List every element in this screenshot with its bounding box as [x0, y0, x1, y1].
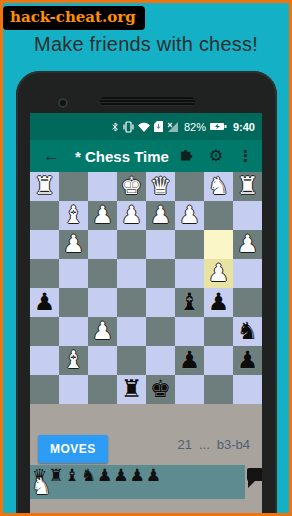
- square-e7[interactable]: [117, 346, 146, 375]
- square-a5[interactable]: [233, 288, 262, 317]
- square-g1[interactable]: [59, 172, 88, 201]
- square-g5[interactable]: [59, 288, 88, 317]
- white-queen: ♛: [150, 172, 172, 201]
- white-rook: ♜: [34, 172, 56, 201]
- moves-button[interactable]: MOVES: [38, 435, 108, 463]
- chat-bubble-icon[interactable]: [247, 468, 262, 481]
- square-b5[interactable]: ♟: [204, 288, 233, 317]
- white-pawn: ♟: [92, 201, 114, 230]
- app-title: * Chess Time: [75, 148, 169, 165]
- square-h8[interactable]: [30, 375, 59, 404]
- square-c2[interactable]: ♟: [175, 201, 204, 230]
- square-h2[interactable]: [30, 201, 59, 230]
- square-g8[interactable]: [59, 375, 88, 404]
- square-h3[interactable]: [30, 230, 59, 259]
- white-bishop: ♝: [63, 201, 85, 230]
- front-camera-dot: [58, 98, 68, 108]
- bottom-panel: MOVES 21...b3-b4 ♛♜♝♞♟♟♟♟ ♞: [30, 404, 262, 516]
- white-pawn: ♟: [63, 230, 85, 259]
- black-king: ♚: [150, 375, 172, 404]
- last-move-text: 21...b3-b4: [170, 437, 250, 452]
- vibrate-icon: [123, 121, 134, 133]
- square-h6[interactable]: [30, 317, 59, 346]
- white-pawn: ♟: [92, 317, 114, 346]
- square-b8[interactable]: [204, 375, 233, 404]
- square-e6[interactable]: [117, 317, 146, 346]
- earpiece-speaker: [100, 97, 195, 106]
- square-b4[interactable]: ♟: [204, 259, 233, 288]
- captured-pieces-tray: ♛♜♝♞♟♟♟♟: [30, 465, 245, 499]
- watermark-label: hack-cheat.org: [3, 6, 145, 30]
- settings-gear-icon[interactable]: ⚙: [209, 148, 223, 164]
- square-f1[interactable]: [88, 172, 117, 201]
- square-a3[interactable]: ♟: [233, 230, 262, 259]
- square-f4[interactable]: [88, 259, 117, 288]
- app-bar: ← * Chess Time ⚙ ⋮: [30, 140, 262, 172]
- square-d5[interactable]: [146, 288, 175, 317]
- puzzle-icon[interactable]: [178, 146, 194, 166]
- square-e4[interactable]: [117, 259, 146, 288]
- black-pawn: ♟: [208, 288, 230, 317]
- app-bar-actions: ⚙ ⋮: [178, 146, 253, 166]
- black-pawn: ♟: [34, 288, 56, 317]
- battery-percent: 82%: [184, 121, 206, 133]
- square-d3[interactable]: [146, 230, 175, 259]
- square-e8[interactable]: ♜: [117, 375, 146, 404]
- white-pawn: ♟: [179, 201, 201, 230]
- square-g3[interactable]: ♟: [59, 230, 88, 259]
- square-d2[interactable]: ♟: [146, 201, 175, 230]
- square-h1[interactable]: ♜: [30, 172, 59, 201]
- square-c3[interactable]: [175, 230, 204, 259]
- black-rook: ♜: [121, 375, 143, 404]
- bluetooth-icon: [111, 121, 119, 133]
- square-g2[interactable]: ♝: [59, 201, 88, 230]
- square-d6[interactable]: [146, 317, 175, 346]
- white-rook: ♜: [237, 172, 259, 201]
- square-f5[interactable]: [88, 288, 117, 317]
- square-f8[interactable]: [88, 375, 117, 404]
- chess-board[interactable]: ♜♚♛♞♜♝♟♟♟♟♟♟♟♟♝♟♟♞♝♟♟♜♚: [30, 172, 262, 404]
- black-knight: ♞: [237, 317, 259, 346]
- screenshot-root: hack-cheat.org Make friends with chess!: [0, 0, 292, 516]
- screenshot-icon: [154, 121, 163, 132]
- square-e2[interactable]: ♟: [117, 201, 146, 230]
- move-san: b3-b4: [217, 437, 250, 452]
- square-a1[interactable]: ♜: [233, 172, 262, 201]
- square-g7[interactable]: ♝: [59, 346, 88, 375]
- square-h4[interactable]: [30, 259, 59, 288]
- clock-text: 9:40: [233, 121, 255, 133]
- black-pawn: ♟: [237, 346, 259, 375]
- captured-black-pieces: ♛♜♝♞♟♟♟♟: [30, 465, 245, 484]
- square-d7[interactable]: [146, 346, 175, 375]
- overflow-menu-icon[interactable]: ⋮: [238, 149, 253, 164]
- square-c7[interactable]: ♟: [175, 346, 204, 375]
- square-h7[interactable]: [30, 346, 59, 375]
- square-h5[interactable]: ♟: [30, 288, 59, 317]
- square-f3[interactable]: [88, 230, 117, 259]
- square-e1[interactable]: ♚: [117, 172, 146, 201]
- square-a4[interactable]: [233, 259, 262, 288]
- status-bar: 82% 9:40: [30, 113, 262, 140]
- square-f7[interactable]: [88, 346, 117, 375]
- square-d1[interactable]: ♛: [146, 172, 175, 201]
- square-a2[interactable]: [233, 201, 262, 230]
- move-number: 21: [177, 437, 191, 452]
- square-e3[interactable]: [117, 230, 146, 259]
- square-c4[interactable]: [175, 259, 204, 288]
- white-pawn: ♟: [121, 201, 143, 230]
- black-pawn: ♟: [179, 346, 201, 375]
- square-c5[interactable]: ♝: [175, 288, 204, 317]
- phone-frame: 82% 9:40 ← * Chess Time ⚙ ⋮ ♜♚♛♞♜♝♟♟♟♟♟♟…: [16, 71, 277, 516]
- white-pawn: ♟: [208, 259, 230, 288]
- cell-signal-icon: [167, 122, 178, 132]
- white-knight: ♞: [208, 172, 230, 201]
- battery-icon: [210, 122, 227, 131]
- white-pawn: ♟: [237, 230, 259, 259]
- square-b7[interactable]: [204, 346, 233, 375]
- white-bishop: ♝: [63, 346, 85, 375]
- square-c6[interactable]: [175, 317, 204, 346]
- square-a6[interactable]: ♞: [233, 317, 262, 346]
- square-e5[interactable]: [117, 288, 146, 317]
- move-ellipsis: ...: [199, 437, 210, 452]
- phone-screen: 82% 9:40 ← * Chess Time ⚙ ⋮ ♜♚♛♞♜♝♟♟♟♟♟♟…: [30, 113, 262, 516]
- square-c1[interactable]: [175, 172, 204, 201]
- square-d4[interactable]: [146, 259, 175, 288]
- square-a8[interactable]: [233, 375, 262, 404]
- square-a7[interactable]: ♟: [233, 346, 262, 375]
- back-arrow-icon[interactable]: ←: [43, 146, 60, 166]
- square-f6[interactable]: ♟: [88, 317, 117, 346]
- captured-white-pieces: ♞: [31, 474, 52, 498]
- square-c8[interactable]: [175, 375, 204, 404]
- square-g4[interactable]: [59, 259, 88, 288]
- square-b3[interactable]: [204, 230, 233, 259]
- banner-headline: Make friends with chess!: [0, 33, 292, 56]
- white-pawn: ♟: [150, 201, 172, 230]
- square-d8[interactable]: ♚: [146, 375, 175, 404]
- white-king: ♚: [121, 172, 143, 201]
- square-g6[interactable]: [59, 317, 88, 346]
- wifi-icon: [138, 122, 150, 132]
- square-b1[interactable]: ♞: [204, 172, 233, 201]
- square-b2[interactable]: [204, 201, 233, 230]
- square-b6[interactable]: [204, 317, 233, 346]
- black-bishop: ♝: [179, 288, 201, 317]
- square-f2[interactable]: ♟: [88, 201, 117, 230]
